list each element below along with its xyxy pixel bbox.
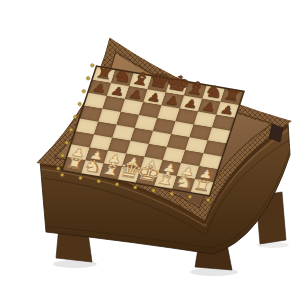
square-h1[interactable]: ♜ bbox=[191, 179, 214, 195]
chess-set-photo: ♜♞♝♛♚♝♞♜♟♟♟♟♟♟♟♟♟♟♟♟♟♟♟♟♜♞♝♛♚♝♞♜ bbox=[0, 0, 300, 300]
